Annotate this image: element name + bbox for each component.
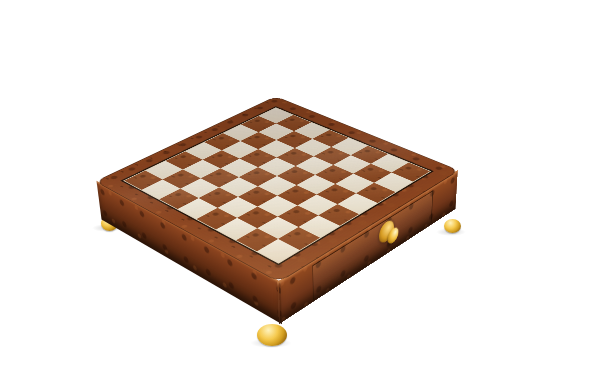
brass-foot-right bbox=[444, 219, 461, 233]
chess-box bbox=[144, 43, 411, 310]
square-d3[interactable] bbox=[219, 177, 258, 197]
chess-box-3d bbox=[95, 96, 460, 282]
square-c1[interactable] bbox=[159, 189, 198, 209]
square-h5[interactable] bbox=[337, 193, 377, 214]
square-d2[interactable] bbox=[199, 187, 238, 207]
square-e4[interactable] bbox=[258, 176, 297, 196]
square-h2[interactable] bbox=[278, 227, 320, 250]
square-h7[interactable] bbox=[374, 172, 413, 192]
square-g6[interactable] bbox=[335, 174, 374, 194]
square-c2[interactable] bbox=[180, 178, 219, 198]
square-g3[interactable] bbox=[278, 205, 319, 227]
square-h3[interactable] bbox=[299, 215, 340, 237]
square-e1[interactable] bbox=[197, 208, 238, 230]
square-f1[interactable] bbox=[216, 218, 257, 240]
square-h6[interactable] bbox=[356, 183, 395, 203]
square-g1[interactable] bbox=[236, 228, 278, 251]
square-h4[interactable] bbox=[318, 204, 359, 226]
square-e3[interactable] bbox=[238, 186, 277, 206]
square-g5[interactable] bbox=[317, 184, 356, 204]
square-g4[interactable] bbox=[298, 194, 338, 215]
square-d1[interactable] bbox=[178, 198, 218, 219]
square-h1[interactable] bbox=[257, 239, 300, 263]
square-b1[interactable] bbox=[142, 179, 181, 199]
square-g2[interactable] bbox=[257, 217, 298, 239]
square-f4[interactable] bbox=[277, 185, 316, 205]
board-frame bbox=[95, 96, 460, 282]
square-e2[interactable] bbox=[218, 197, 258, 218]
square-f2[interactable] bbox=[237, 207, 278, 229]
square-f5[interactable] bbox=[297, 175, 336, 195]
square-f3[interactable] bbox=[258, 196, 298, 217]
product-photo-canvas bbox=[0, 0, 596, 390]
brass-foot-front bbox=[257, 324, 287, 346]
